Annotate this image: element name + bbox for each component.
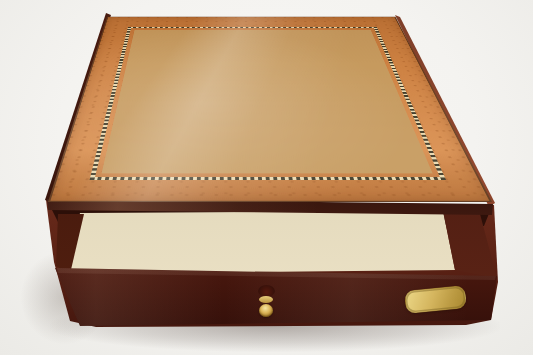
chess-board: [48, 17, 492, 202]
drawer-knob: [259, 304, 273, 317]
chess-box-photo: [0, 0, 533, 355]
knob-ring: [259, 296, 273, 303]
inlay-border-bottom: [90, 177, 446, 180]
inlay-border-top: [128, 27, 378, 28]
board-grid: [102, 30, 433, 174]
board-scene: [48, 0, 492, 202]
